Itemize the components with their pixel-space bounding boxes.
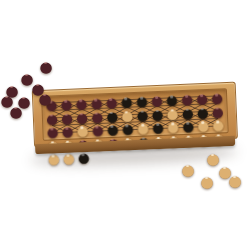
board-point[interactable] <box>106 150 122 164</box>
wood-marble[interactable]: ● <box>48 152 60 166</box>
board-point[interactable] <box>136 148 152 162</box>
board-point[interactable] <box>121 149 137 163</box>
loose-wood-marble[interactable]: ● <box>201 175 214 190</box>
loose-dark-marble[interactable]: ● <box>39 92 52 107</box>
game-board: ●●●●●●●●●●●●●●●●●●●●●●●●●●●●●●●●●●●●●●●●… <box>32 82 237 154</box>
loose-dark-marble[interactable]: ● <box>40 60 53 75</box>
board-field: ●●●●●●●●●●●●●●●●●●●●●●●●●●●●●●●●●●●●●●●●… <box>41 88 229 141</box>
board-point[interactable]: ● <box>46 152 62 166</box>
loose-wood-marble[interactable]: ● <box>229 174 242 189</box>
product-photo-scene: ●●●●●●●●●●●●●●●●●●●●●●●●●●●●●●●●●●●●●●●●… <box>0 0 250 250</box>
loose-wood-marble[interactable]: ● <box>182 163 195 178</box>
board-point[interactable]: ● <box>61 152 77 166</box>
board-point[interactable] <box>166 147 182 161</box>
board-point[interactable] <box>181 147 197 161</box>
black-marble[interactable]: ● <box>78 151 90 165</box>
board-point[interactable]: ● <box>76 151 92 165</box>
board-point[interactable] <box>151 148 167 162</box>
loose-dark-marble[interactable]: ● <box>10 105 23 120</box>
wood-marble[interactable]: ● <box>63 152 75 166</box>
board-point[interactable] <box>91 150 107 164</box>
board-points-grid: ●●●●●●●●●●●●●●●●●●●●●●●●●●●●●●●●●●●●●●●●… <box>44 91 227 142</box>
